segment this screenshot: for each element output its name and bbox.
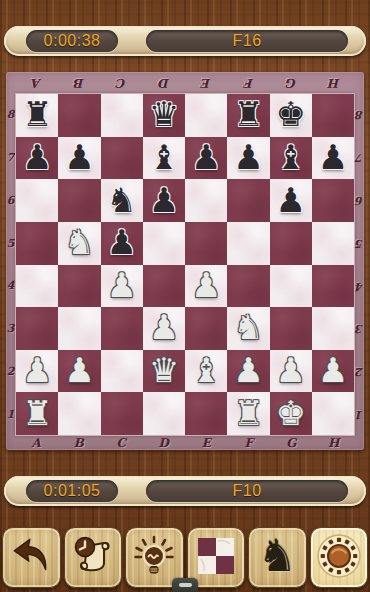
square-b5[interactable]: ♞	[58, 222, 100, 265]
piece-br-a8[interactable]: ♜	[22, 97, 52, 131]
board-theme-icon	[193, 533, 239, 582]
square-g7[interactable]: ♝	[270, 137, 312, 180]
piece-wp-f2[interactable]: ♟	[233, 353, 263, 387]
rank-label-left-2: 2	[6, 350, 15, 393]
square-f6[interactable]	[227, 179, 269, 222]
move-history-scroll-icon	[71, 534, 115, 581]
square-a3[interactable]	[16, 307, 58, 350]
piece-wp-a2[interactable]: ♟	[22, 353, 52, 387]
file-label-bottom-d: D	[143, 437, 186, 449]
square-e3[interactable]	[185, 307, 227, 350]
file-label-bottom-g: G	[270, 437, 313, 449]
square-f5[interactable]	[227, 222, 269, 265]
square-h8[interactable]	[312, 94, 354, 137]
piece-wp-g2[interactable]: ♟	[275, 353, 305, 387]
board-grid: ♜♛♜♚♟♟♝♟♟♝♟♞♟♟♞♟♟♟♟♞♟♟♛♝♟♟♟♜♜♚	[15, 93, 355, 436]
piece-bq-d8[interactable]: ♛	[149, 97, 179, 131]
rank-label-right-7: 7	[355, 136, 364, 179]
player-clock-bar: 0:01:05 F10	[4, 476, 366, 506]
square-c5[interactable]: ♟	[101, 222, 143, 265]
piece-wp-e4[interactable]: ♟	[191, 268, 221, 302]
square-b7[interactable]: ♟	[58, 137, 100, 180]
rank-label-right-8: 8	[355, 93, 364, 136]
rank-label-right-1: 1	[355, 393, 364, 436]
file-label-bottom-b: B	[58, 437, 101, 449]
square-d7[interactable]: ♝	[143, 137, 185, 180]
square-d2[interactable]: ♛	[143, 350, 185, 393]
square-d8[interactable]: ♛	[143, 94, 185, 137]
square-h2[interactable]: ♟	[312, 350, 354, 393]
square-f7[interactable]: ♟	[227, 137, 269, 180]
square-c8[interactable]	[101, 94, 143, 137]
square-h7[interactable]: ♟	[312, 137, 354, 180]
square-f1[interactable]: ♜	[227, 392, 269, 435]
square-g3[interactable]	[270, 307, 312, 350]
square-b8[interactable]	[58, 94, 100, 137]
square-f4[interactable]	[227, 265, 269, 308]
rank-label-left-8: 8	[6, 93, 15, 136]
pieces-theme-button[interactable]: ♞	[248, 527, 307, 588]
opponent-name-text: F16	[232, 32, 261, 50]
square-b1[interactable]	[58, 392, 100, 435]
square-d3[interactable]: ♟	[143, 307, 185, 350]
square-c7[interactable]	[101, 137, 143, 180]
rank-label-right-5: 5	[355, 222, 364, 265]
square-e7[interactable]: ♟	[185, 137, 227, 180]
piece-bp-b7[interactable]: ♟	[64, 140, 94, 174]
file-label-bottom-f: F	[228, 437, 271, 449]
rank-label-left-6: 6	[6, 179, 15, 222]
square-e5[interactable]	[185, 222, 227, 265]
square-a8[interactable]: ♜	[16, 94, 58, 137]
square-f3[interactable]: ♞	[227, 307, 269, 350]
rank-label-left-7: 7	[6, 136, 15, 179]
square-b2[interactable]: ♟	[58, 350, 100, 393]
file-label-top-f: F	[228, 77, 271, 89]
files-bottom: ABCDEFGH	[6, 436, 364, 450]
file-label-bottom-e: E	[185, 437, 228, 449]
file-label-top-d: D	[143, 77, 186, 89]
file-label-top-a: A	[15, 77, 58, 89]
file-label-bottom-a: A	[15, 437, 58, 449]
piece-bp-a7[interactable]: ♟	[22, 140, 52, 174]
opponent-clock-bar: 0:00:38 F16	[4, 26, 366, 56]
square-e1[interactable]	[185, 392, 227, 435]
square-a4[interactable]	[16, 265, 58, 308]
square-h3[interactable]	[312, 307, 354, 350]
square-c3[interactable]	[101, 307, 143, 350]
square-d5[interactable]	[143, 222, 185, 265]
rank-label-left-4: 4	[6, 265, 15, 308]
files-top: ABCDEFGH	[6, 72, 364, 93]
move-history-button[interactable]	[64, 527, 123, 588]
file-label-top-c: C	[100, 77, 143, 89]
square-g8[interactable]: ♚	[270, 94, 312, 137]
square-e6[interactable]	[185, 179, 227, 222]
piece-bp-e7[interactable]: ♟	[191, 140, 221, 174]
piece-wp-h2[interactable]: ♟	[318, 353, 348, 387]
chess-board: ABCDEFGH 87654321 ♜♛♜♚♟♟♝♟♟♝♟♞♟♟♞♟♟♟♟♞♟♟…	[6, 72, 364, 450]
square-c1[interactable]	[101, 392, 143, 435]
file-label-top-b: B	[58, 77, 101, 89]
piece-wp-c4[interactable]: ♟	[106, 268, 136, 302]
piece-bn-c6[interactable]: ♞	[106, 183, 136, 217]
piece-wp-d3[interactable]: ♟	[149, 310, 179, 344]
rank-label-right-6: 6	[355, 179, 364, 222]
square-a2[interactable]: ♟	[16, 350, 58, 393]
square-h5[interactable]	[312, 222, 354, 265]
ranks-right: 87654321	[355, 93, 364, 436]
square-f2[interactable]: ♟	[227, 350, 269, 393]
square-g5[interactable]	[270, 222, 312, 265]
hint-lightbulb-icon	[132, 534, 176, 581]
chess-app: 0:00:38 F16 ABCDEFGH 87654321 ♜♛♜♚♟♟♝♟♟♝…	[0, 0, 370, 592]
undo-button[interactable]	[2, 527, 61, 588]
file-label-bottom-h: H	[313, 437, 356, 449]
file-label-top-h: H	[313, 77, 356, 89]
square-e4[interactable]: ♟	[185, 265, 227, 308]
ranks-left: 87654321	[6, 93, 15, 436]
piece-br-f8[interactable]: ♜	[233, 97, 263, 131]
undo-icon	[10, 535, 52, 580]
rank-label-right-3: 3	[355, 307, 364, 350]
rank-label-left-1: 1	[6, 393, 15, 436]
player-name-text: F10	[232, 482, 261, 500]
piece-bp-c5[interactable]: ♟	[106, 225, 136, 259]
opponent-time-text: 0:00:38	[44, 32, 101, 50]
square-d4[interactable]	[143, 265, 185, 308]
player-timer: 0:01:05	[26, 480, 118, 502]
square-h6[interactable]	[312, 179, 354, 222]
square-d1[interactable]	[143, 392, 185, 435]
rank-label-right-4: 4	[355, 265, 364, 308]
piece-wq-d2[interactable]: ♛	[149, 353, 179, 387]
knight-icon: ♞	[258, 534, 297, 578]
square-b4[interactable]	[58, 265, 100, 308]
player-name-pill: F10	[146, 480, 348, 502]
square-g1[interactable]: ♚	[270, 392, 312, 435]
file-label-top-e: E	[185, 77, 228, 89]
square-d6[interactable]: ♟	[143, 179, 185, 222]
square-c2[interactable]	[101, 350, 143, 393]
piece-bb-g7[interactable]: ♝	[275, 140, 305, 174]
file-label-top-g: G	[270, 77, 313, 89]
square-a6[interactable]	[16, 179, 58, 222]
piece-bp-h7[interactable]: ♟	[318, 140, 348, 174]
piece-bp-f7[interactable]: ♟	[233, 140, 263, 174]
square-g6[interactable]: ♟	[270, 179, 312, 222]
square-e8[interactable]	[185, 94, 227, 137]
piece-wn-f3[interactable]: ♞	[233, 310, 263, 344]
settings-button[interactable]	[310, 527, 369, 588]
square-e2[interactable]: ♝	[185, 350, 227, 393]
square-g4[interactable]	[270, 265, 312, 308]
rank-label-left-5: 5	[6, 222, 15, 265]
piece-bp-g6[interactable]: ♟	[275, 183, 305, 217]
square-h4[interactable]	[312, 265, 354, 308]
piece-wk-g1[interactable]: ♚	[275, 396, 305, 430]
square-b3[interactable]	[58, 307, 100, 350]
drag-handle-bar	[179, 583, 192, 587]
square-g2[interactable]: ♟	[270, 350, 312, 393]
square-f8[interactable]: ♜	[227, 94, 269, 137]
settings-wheel-icon	[316, 533, 362, 582]
rank-label-right-2: 2	[355, 350, 364, 393]
opponent-timer: 0:00:38	[26, 30, 118, 52]
piece-wr-a1[interactable]: ♜	[22, 396, 52, 430]
piece-wb-e2[interactable]: ♝	[191, 353, 221, 387]
piece-wr-f1[interactable]: ♜	[233, 396, 263, 430]
opponent-name-pill: F16	[146, 30, 348, 52]
rank-label-left-3: 3	[6, 307, 15, 350]
square-a5[interactable]	[16, 222, 58, 265]
piece-bb-d7[interactable]: ♝	[149, 140, 179, 174]
square-c6[interactable]: ♞	[101, 179, 143, 222]
drag-handle[interactable]	[172, 578, 198, 592]
piece-bp-d6[interactable]: ♟	[149, 183, 179, 217]
square-b6[interactable]	[58, 179, 100, 222]
square-h1[interactable]	[312, 392, 354, 435]
file-label-bottom-c: C	[100, 437, 143, 449]
square-a7[interactable]: ♟	[16, 137, 58, 180]
player-time-text: 0:01:05	[44, 482, 101, 500]
piece-wn-b5[interactable]: ♞	[64, 225, 94, 259]
piece-bk-g8[interactable]: ♚	[275, 97, 305, 131]
square-a1[interactable]: ♜	[16, 392, 58, 435]
piece-wp-b2[interactable]: ♟	[64, 353, 94, 387]
square-c4[interactable]: ♟	[101, 265, 143, 308]
